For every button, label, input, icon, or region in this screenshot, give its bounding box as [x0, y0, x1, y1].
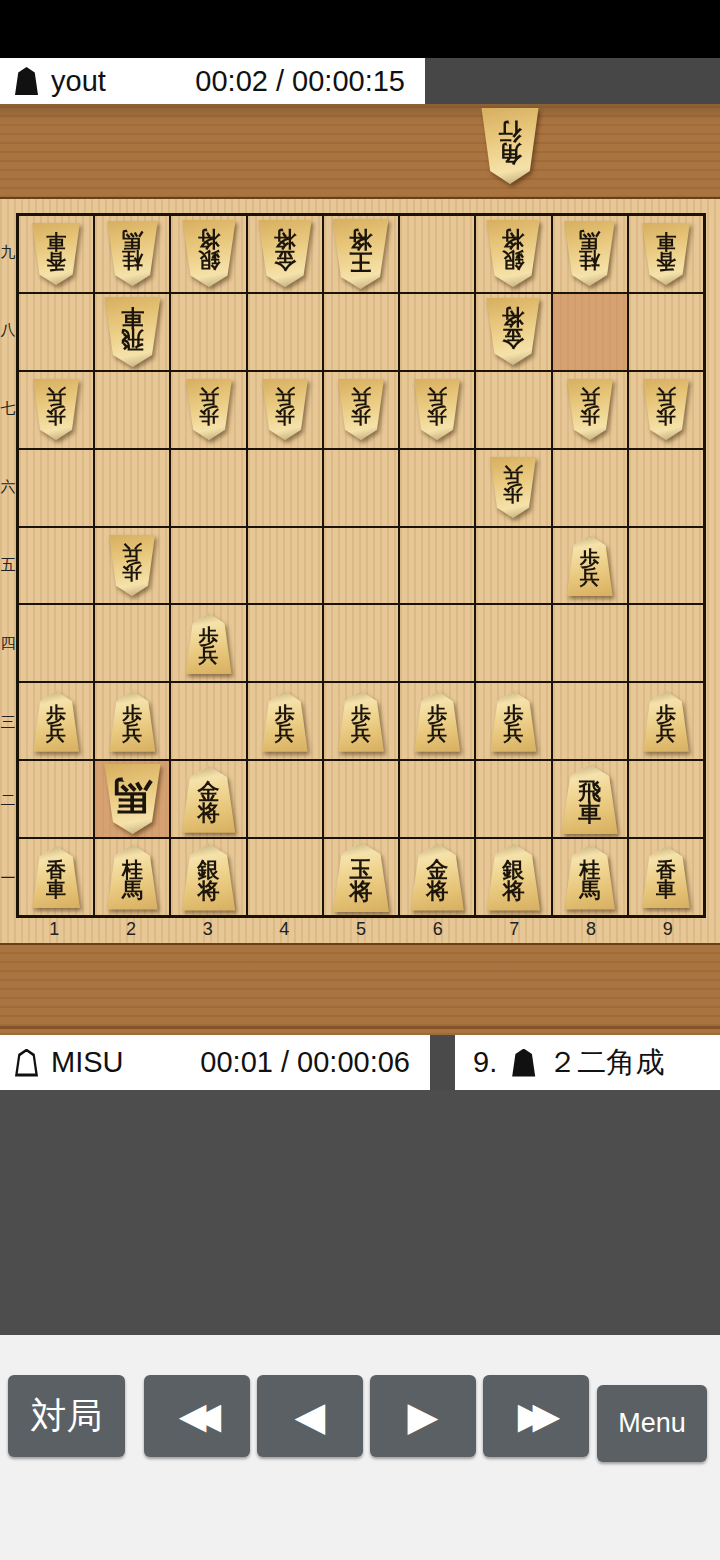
piece-桂馬: 桂馬 [105, 845, 160, 910]
piece-香車: 香車 [30, 846, 82, 908]
square-5九[interactable]: 王将 [324, 216, 398, 292]
square-6三[interactable]: 歩兵 [400, 683, 474, 759]
file-label-5: 5 [323, 919, 400, 943]
square-8七[interactable]: 歩兵 [553, 372, 627, 448]
square-2五[interactable]: 歩兵 [95, 528, 169, 604]
bottom-player-clock: 00:01 / 00:00:06 [200, 1046, 410, 1079]
rank-labels: 九八七六五四三二一 [0, 213, 16, 918]
new-game-button[interactable]: 対局 [8, 1375, 125, 1457]
square-3九[interactable]: 銀将 [171, 216, 245, 292]
square-4九[interactable]: 金将 [248, 216, 322, 292]
piece-銀将: 銀将 [484, 844, 542, 911]
piece-歩兵: 歩兵 [260, 379, 310, 440]
piece-金将: 金将 [408, 844, 466, 911]
piece-金将: 金将 [484, 298, 542, 365]
move-side-icon [511, 1049, 536, 1077]
rank-label-八: 八 [0, 291, 16, 369]
square-3五[interactable] [171, 528, 245, 604]
square-2四[interactable] [95, 605, 169, 681]
square-7五[interactable] [476, 528, 550, 604]
square-3七[interactable]: 歩兵 [171, 372, 245, 448]
fast-forward-button[interactable]: ▶▶ [483, 1375, 589, 1457]
rank-label-二: 二 [0, 761, 16, 839]
rank-label-九: 九 [0, 213, 16, 291]
piece-金将: 金将 [180, 766, 238, 833]
square-2一[interactable]: 桂馬 [95, 839, 169, 915]
piece-桂馬: 桂馬 [562, 221, 617, 286]
square-1三[interactable]: 歩兵 [19, 683, 93, 759]
rank-label-四: 四 [0, 605, 16, 683]
file-label-2: 2 [93, 919, 170, 943]
status-bar [0, 0, 720, 58]
square-3八[interactable] [171, 294, 245, 370]
step-forward-button[interactable]: ▶ [370, 1375, 476, 1457]
rank-label-七: 七 [0, 370, 16, 448]
square-5四[interactable] [324, 605, 398, 681]
square-6七[interactable]: 歩兵 [400, 372, 474, 448]
piece-歩兵: 歩兵 [260, 691, 310, 752]
menu-button[interactable]: Menu [597, 1385, 707, 1462]
square-8三[interactable] [553, 683, 627, 759]
square-3六[interactable] [171, 450, 245, 526]
square-4六[interactable] [248, 450, 322, 526]
square-4七[interactable]: 歩兵 [248, 372, 322, 448]
square-7二[interactable] [476, 761, 550, 837]
piece-角行: 角行 [479, 108, 541, 184]
piece-歩兵: 歩兵 [31, 691, 81, 752]
last-move-panel: 9. ２二角成 [455, 1035, 720, 1090]
square-5三[interactable]: 歩兵 [324, 683, 398, 759]
bottom-player-name: MISU [51, 1046, 124, 1079]
piece-銀将: 銀将 [180, 844, 238, 911]
square-2九[interactable]: 桂馬 [95, 216, 169, 292]
file-label-3: 3 [169, 919, 246, 943]
square-4四[interactable] [248, 605, 322, 681]
rank-label-六: 六 [0, 448, 16, 526]
piece-歩兵: 歩兵 [107, 535, 157, 596]
square-9九[interactable]: 香車 [629, 216, 703, 292]
shogi-app-screen: yout 00:02 / 00:00:15 角行 九八七六五四三二一 香車桂馬銀… [0, 0, 720, 1560]
square-5七[interactable]: 歩兵 [324, 372, 398, 448]
piece-桂馬: 桂馬 [562, 845, 617, 910]
square-4三[interactable]: 歩兵 [248, 683, 322, 759]
top-player-bar: yout 00:02 / 00:00:15 [0, 58, 720, 104]
square-2八[interactable]: 飛車 [95, 294, 169, 370]
piece-歩兵: 歩兵 [336, 379, 386, 440]
square-1二[interactable] [19, 761, 93, 837]
white-piece-icon [14, 1049, 39, 1077]
square-6一[interactable]: 金将 [400, 839, 474, 915]
piece-飛車: 飛車 [102, 297, 163, 367]
piece-飛車: 飛車 [559, 764, 620, 834]
square-1九[interactable]: 香車 [19, 216, 93, 292]
file-label-6: 6 [399, 919, 476, 943]
square-9二[interactable] [629, 761, 703, 837]
file-labels: 123456789 [16, 919, 706, 943]
piece-歩兵: 歩兵 [565, 379, 615, 440]
piece-歩兵: 歩兵 [107, 691, 157, 752]
piece-歩兵: 歩兵 [412, 691, 462, 752]
shogi-board: 香車桂馬銀将金将王将銀将桂馬香車飛車金将歩兵歩兵歩兵歩兵歩兵歩兵歩兵歩兵歩兵歩兵… [16, 213, 706, 918]
square-4五[interactable] [248, 528, 322, 604]
file-label-1: 1 [16, 919, 93, 943]
rank-label-一: 一 [0, 840, 16, 918]
square-6二[interactable] [400, 761, 474, 837]
piece-歩兵: 歩兵 [31, 379, 81, 440]
wood-divider-line [0, 1026, 720, 1029]
file-label-9: 9 [629, 919, 706, 943]
square-1五[interactable] [19, 528, 93, 604]
square-4一[interactable] [248, 839, 322, 915]
square-9三[interactable]: 歩兵 [629, 683, 703, 759]
file-label-8: 8 [553, 919, 630, 943]
last-move-text: ２二角成 [548, 1043, 664, 1083]
square-5五[interactable] [324, 528, 398, 604]
piece-香車: 香車 [640, 846, 692, 908]
square-6九[interactable] [400, 216, 474, 292]
rank-label-三: 三 [0, 683, 16, 761]
square-9四[interactable] [629, 605, 703, 681]
file-label-4: 4 [246, 919, 323, 943]
square-7九[interactable]: 銀将 [476, 216, 550, 292]
rank-label-五: 五 [0, 526, 16, 604]
piece-歩兵: 歩兵 [488, 457, 538, 518]
square-6五[interactable] [400, 528, 474, 604]
square-8九[interactable]: 桂馬 [553, 216, 627, 292]
square-1六[interactable] [19, 450, 93, 526]
piece-王将: 王将 [330, 219, 391, 289]
square-7三[interactable]: 歩兵 [476, 683, 550, 759]
square-3二[interactable]: 金将 [171, 761, 245, 837]
square-8八[interactable] [553, 294, 627, 370]
square-8四[interactable] [553, 605, 627, 681]
piece-香車: 香車 [640, 223, 692, 285]
piece-歩兵: 歩兵 [488, 691, 538, 752]
bottom-player-panel: MISU 00:01 / 00:00:06 [0, 1035, 430, 1090]
square-3三[interactable] [171, 683, 245, 759]
square-1八[interactable] [19, 294, 93, 370]
square-1一[interactable]: 香車 [19, 839, 93, 915]
square-8六[interactable] [553, 450, 627, 526]
square-7七[interactable] [476, 372, 550, 448]
square-6六[interactable] [400, 450, 474, 526]
black-piece-icon [14, 67, 39, 95]
square-5六[interactable] [324, 450, 398, 526]
piece-歩兵: 歩兵 [184, 613, 234, 674]
piece-金将: 金将 [256, 220, 314, 287]
piece-銀将: 銀将 [484, 220, 542, 287]
piece-歩兵: 歩兵 [565, 535, 615, 596]
square-5一[interactable]: 玉将 [324, 839, 398, 915]
piece-玉将: 玉将 [330, 842, 391, 912]
top-player-name: yout [51, 65, 106, 98]
square-1四[interactable] [19, 605, 93, 681]
piece-歩兵: 歩兵 [641, 379, 691, 440]
piece-馬: 馬 [102, 764, 163, 834]
square-2三[interactable]: 歩兵 [95, 683, 169, 759]
top-player-hand-tray[interactable]: 角行 [479, 108, 541, 184]
square-7六[interactable]: 歩兵 [476, 450, 550, 526]
square-8五[interactable]: 歩兵 [553, 528, 627, 604]
square-3四[interactable]: 歩兵 [171, 605, 245, 681]
square-9八[interactable] [629, 294, 703, 370]
piece-歩兵: 歩兵 [412, 379, 462, 440]
piece-銀将: 銀将 [180, 220, 238, 287]
square-6八[interactable] [400, 294, 474, 370]
square-8一[interactable]: 桂馬 [553, 839, 627, 915]
top-player-panel: yout 00:02 / 00:00:15 [0, 58, 425, 104]
square-9五[interactable] [629, 528, 703, 604]
square-7八[interactable]: 金将 [476, 294, 550, 370]
piece-歩兵: 歩兵 [336, 691, 386, 752]
square-2七[interactable] [95, 372, 169, 448]
kifu-comment-area [0, 1090, 720, 1335]
square-8二[interactable]: 飛車 [553, 761, 627, 837]
square-9一[interactable]: 香車 [629, 839, 703, 915]
square-2二[interactable]: 馬 [95, 761, 169, 837]
square-7一[interactable]: 銀将 [476, 839, 550, 915]
square-7四[interactable] [476, 605, 550, 681]
square-1七[interactable]: 歩兵 [19, 372, 93, 448]
piece-歩兵: 歩兵 [184, 379, 234, 440]
top-player-clock: 00:02 / 00:00:15 [195, 65, 405, 98]
square-6四[interactable] [400, 605, 474, 681]
square-3一[interactable]: 銀将 [171, 839, 245, 915]
step-back-button[interactable]: ◀ [257, 1375, 363, 1457]
square-9六[interactable] [629, 450, 703, 526]
square-5二[interactable] [324, 761, 398, 837]
square-4八[interactable] [248, 294, 322, 370]
square-2六[interactable] [95, 450, 169, 526]
square-9七[interactable]: 歩兵 [629, 372, 703, 448]
piece-香車: 香車 [30, 223, 82, 285]
rewind-to-start-button[interactable]: ◀◀ [144, 1375, 250, 1457]
file-label-7: 7 [476, 919, 553, 943]
square-4二[interactable] [248, 761, 322, 837]
piece-桂馬: 桂馬 [105, 221, 160, 286]
square-5八[interactable] [324, 294, 398, 370]
bottom-player-bar: MISU 00:01 / 00:00:06 9. ２二角成 [0, 1035, 720, 1090]
move-number: 9. [473, 1046, 497, 1079]
piece-歩兵: 歩兵 [641, 691, 691, 752]
